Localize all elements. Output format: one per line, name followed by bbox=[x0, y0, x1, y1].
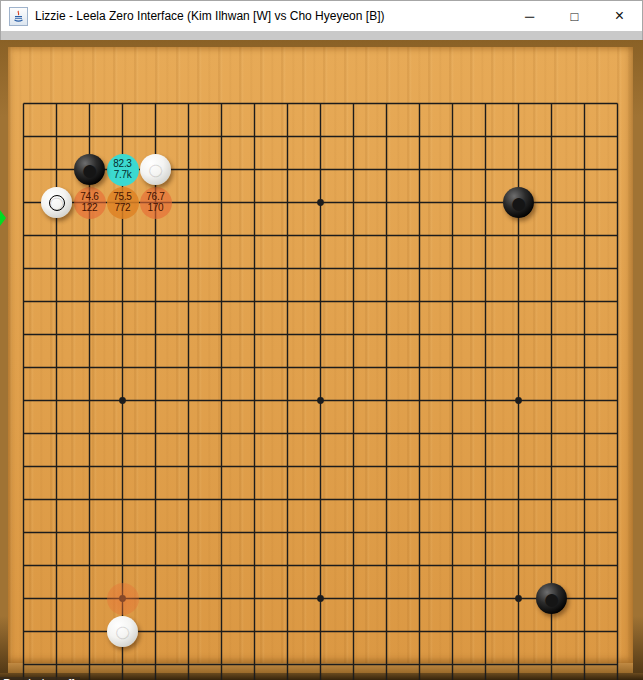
lizzie-window: Lizzie - Leela Zero Interface (Kim Ilhwa… bbox=[0, 0, 643, 680]
window-controls: ─ □ × bbox=[507, 1, 642, 31]
analysis-candidate-D16[interactable]: 75.5772 bbox=[107, 187, 139, 219]
board-area: 82.37.7k74.612275.577276.7170●○○●●○ Pond… bbox=[0, 40, 643, 680]
stone-glyph: ○ bbox=[113, 616, 131, 647]
go-board[interactable]: 82.37.7k74.612275.577276.7170●○○●●○ bbox=[7, 87, 634, 680]
java-app-icon bbox=[9, 7, 28, 26]
analysis-candidate-E16[interactable]: 76.7170 bbox=[140, 187, 172, 219]
winrate-label: 76.7 bbox=[146, 192, 164, 203]
star-point bbox=[317, 595, 324, 602]
minimize-button[interactable]: ─ bbox=[507, 1, 552, 31]
window-title: Lizzie - Leela Zero Interface (Kim Ilhwa… bbox=[35, 9, 384, 23]
winrate-label: 74.6 bbox=[80, 192, 98, 203]
star-point bbox=[515, 397, 522, 404]
menu-strip bbox=[1, 31, 642, 40]
visits-label: 122 bbox=[82, 203, 98, 214]
coffee-cup-icon bbox=[12, 10, 25, 23]
star-point bbox=[119, 397, 126, 404]
analysis-candidate-D17[interactable]: 82.37.7k bbox=[107, 154, 139, 186]
white-stone-E17: ○ bbox=[140, 154, 171, 185]
visits-label: 170 bbox=[148, 203, 164, 214]
star-point bbox=[317, 397, 324, 404]
title-bar: Lizzie - Leela Zero Interface (Kim Ilhwa… bbox=[1, 1, 642, 31]
last-move-marker bbox=[49, 195, 65, 211]
black-stone-C17: ● bbox=[74, 154, 105, 185]
winrate-label: 75.5 bbox=[113, 192, 131, 203]
analysis-candidate-D4[interactable] bbox=[107, 583, 139, 615]
analysis-candidate-C16[interactable]: 74.6122 bbox=[74, 187, 106, 219]
visits-label: 7.7k bbox=[114, 170, 132, 181]
maximize-button[interactable]: □ bbox=[552, 1, 597, 31]
visits-label: 772 bbox=[115, 203, 131, 214]
black-stone-Q16: ● bbox=[503, 187, 534, 218]
green-arrow-indicator bbox=[0, 210, 6, 226]
black-stone-R4: ● bbox=[536, 583, 567, 614]
star-point bbox=[317, 199, 324, 206]
stone-glyph: ● bbox=[80, 154, 98, 185]
white-stone-D3: ○ bbox=[107, 616, 138, 647]
stone-glyph: ○ bbox=[146, 154, 164, 185]
winrate-label: 82.3 bbox=[113, 159, 131, 170]
white-stone-B16: ○ bbox=[41, 187, 72, 218]
close-button[interactable]: × bbox=[597, 1, 642, 31]
stone-glyph: ● bbox=[542, 583, 560, 614]
star-point bbox=[515, 595, 522, 602]
stone-glyph: ● bbox=[509, 187, 527, 218]
